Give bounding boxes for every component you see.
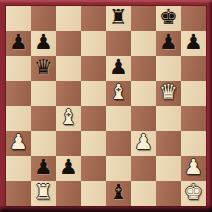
square-f7[interactable]	[131, 31, 156, 56]
square-h3[interactable]	[181, 131, 206, 156]
square-g4[interactable]	[156, 106, 181, 131]
board-frame: ♜♚♟♟♟♟♛♟♝♛♝♟♟♟♟♟♜♝♚	[0, 0, 212, 212]
black-pawn-b2: ♟	[34, 155, 53, 180]
white-pawn-f3: ♟	[134, 130, 153, 155]
square-e2[interactable]	[106, 156, 131, 181]
square-g8[interactable]: ♚	[156, 6, 181, 31]
square-b6[interactable]: ♛	[31, 56, 56, 81]
square-h5[interactable]	[181, 81, 206, 106]
square-e1[interactable]: ♝	[106, 181, 131, 206]
white-queen-g5: ♛	[159, 80, 178, 105]
black-pawn-c2: ♟	[59, 155, 78, 180]
square-h6[interactable]	[181, 56, 206, 81]
square-c2[interactable]: ♟	[56, 156, 81, 181]
square-b3[interactable]	[31, 131, 56, 156]
black-pawn-h7: ♟	[184, 30, 203, 55]
square-c3[interactable]	[56, 131, 81, 156]
square-b8[interactable]	[31, 6, 56, 31]
square-h1[interactable]: ♚	[181, 181, 206, 206]
square-e3[interactable]	[106, 131, 131, 156]
square-g7[interactable]: ♟	[156, 31, 181, 56]
square-f5[interactable]	[131, 81, 156, 106]
black-queen-b6: ♛	[34, 55, 53, 80]
square-h8[interactable]	[181, 6, 206, 31]
square-a1[interactable]	[6, 181, 31, 206]
square-d5[interactable]	[81, 81, 106, 106]
black-pawn-b7: ♟	[34, 30, 53, 55]
square-e6[interactable]: ♟	[106, 56, 131, 81]
square-a8[interactable]	[6, 6, 31, 31]
white-pawn-h2: ♟	[184, 155, 203, 180]
square-g2[interactable]	[156, 156, 181, 181]
white-king-h1: ♚	[184, 180, 203, 205]
square-c4[interactable]: ♝	[56, 106, 81, 131]
square-e8[interactable]: ♜	[106, 6, 131, 31]
square-g1[interactable]	[156, 181, 181, 206]
square-h7[interactable]: ♟	[181, 31, 206, 56]
square-g6[interactable]	[156, 56, 181, 81]
square-h4[interactable]	[181, 106, 206, 131]
square-d3[interactable]	[81, 131, 106, 156]
square-a2[interactable]	[6, 156, 31, 181]
square-e7[interactable]	[106, 31, 131, 56]
black-king-g8: ♚	[159, 5, 178, 30]
square-a5[interactable]	[6, 81, 31, 106]
square-b7[interactable]: ♟	[31, 31, 56, 56]
square-b1[interactable]: ♜	[31, 181, 56, 206]
square-g5[interactable]: ♛	[156, 81, 181, 106]
square-f3[interactable]: ♟	[131, 131, 156, 156]
white-bishop-e5: ♝	[109, 80, 128, 105]
square-b4[interactable]	[31, 106, 56, 131]
black-pawn-g7: ♟	[159, 30, 178, 55]
square-f6[interactable]	[131, 56, 156, 81]
black-pawn-e6: ♟	[109, 55, 128, 80]
square-f8[interactable]	[131, 6, 156, 31]
black-pawn-a7: ♟	[9, 30, 28, 55]
square-d2[interactable]	[81, 156, 106, 181]
chess-board: ♜♚♟♟♟♟♛♟♝♛♝♟♟♟♟♟♜♝♚	[6, 6, 206, 206]
square-h2[interactable]: ♟	[181, 156, 206, 181]
white-bishop-c4: ♝	[59, 105, 78, 130]
square-g3[interactable]	[156, 131, 181, 156]
square-d6[interactable]	[81, 56, 106, 81]
square-a7[interactable]: ♟	[6, 31, 31, 56]
square-f1[interactable]	[131, 181, 156, 206]
square-a6[interactable]	[6, 56, 31, 81]
square-c5[interactable]	[56, 81, 81, 106]
square-a3[interactable]: ♟	[6, 131, 31, 156]
square-d1[interactable]	[81, 181, 106, 206]
white-rook-b1: ♜	[34, 180, 53, 205]
square-f4[interactable]	[131, 106, 156, 131]
black-bishop-e1: ♝	[109, 180, 128, 205]
square-d4[interactable]	[81, 106, 106, 131]
black-rook-e8: ♜	[109, 5, 128, 30]
square-a4[interactable]	[6, 106, 31, 131]
square-c8[interactable]	[56, 6, 81, 31]
square-c1[interactable]	[56, 181, 81, 206]
square-d7[interactable]	[81, 31, 106, 56]
square-c6[interactable]	[56, 56, 81, 81]
square-c7[interactable]	[56, 31, 81, 56]
square-e4[interactable]	[106, 106, 131, 131]
square-d8[interactable]	[81, 6, 106, 31]
white-pawn-a3: ♟	[9, 130, 28, 155]
square-f2[interactable]	[131, 156, 156, 181]
square-e5[interactable]: ♝	[106, 81, 131, 106]
square-b2[interactable]: ♟	[31, 156, 56, 181]
square-b5[interactable]	[31, 81, 56, 106]
